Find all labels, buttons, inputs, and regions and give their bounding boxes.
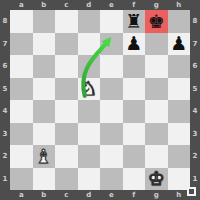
rank-label-left-4: 4 bbox=[0, 100, 10, 123]
rank-label-left-2: 2 bbox=[0, 145, 10, 168]
black-pawn-f7[interactable]: ♟ bbox=[125, 34, 142, 53]
file-label-top-d: d bbox=[78, 0, 101, 10]
square-b7[interactable] bbox=[33, 33, 56, 56]
file-label-top-c: c bbox=[55, 0, 78, 10]
square-a2[interactable] bbox=[10, 145, 33, 168]
square-c7[interactable] bbox=[55, 33, 78, 56]
square-c2[interactable] bbox=[55, 145, 78, 168]
square-f6[interactable] bbox=[123, 55, 146, 78]
file-label-top-a: a bbox=[10, 0, 33, 10]
white-bishop-b2[interactable]: ♝ bbox=[35, 147, 52, 166]
square-a1[interactable] bbox=[10, 168, 33, 191]
file-label-bottom-d: d bbox=[78, 190, 101, 200]
square-f8[interactable]: ♜ bbox=[123, 10, 146, 33]
square-a3[interactable] bbox=[10, 123, 33, 146]
square-a6[interactable] bbox=[10, 55, 33, 78]
square-e4[interactable] bbox=[100, 100, 123, 123]
square-a8[interactable] bbox=[10, 10, 33, 33]
square-b1[interactable] bbox=[33, 168, 56, 191]
square-g8[interactable]: ♚ bbox=[145, 10, 168, 33]
rank-label-left-3: 3 bbox=[0, 123, 10, 146]
square-h7[interactable]: ♟ bbox=[168, 33, 191, 56]
file-label-top-e: e bbox=[100, 0, 123, 10]
file-label-bottom-e: e bbox=[100, 190, 123, 200]
square-g3[interactable] bbox=[145, 123, 168, 146]
square-e1[interactable] bbox=[100, 168, 123, 191]
square-f4[interactable] bbox=[123, 100, 146, 123]
rank-label-left-1: 1 bbox=[0, 168, 10, 191]
chess-board[interactable]: ♜♚♟♟♞♝♚ bbox=[10, 10, 190, 190]
square-c6[interactable] bbox=[55, 55, 78, 78]
square-d7[interactable] bbox=[78, 33, 101, 56]
square-c5[interactable] bbox=[55, 78, 78, 101]
file-label-top-b: b bbox=[33, 0, 56, 10]
rank-label-left-6: 6 bbox=[0, 55, 10, 78]
square-b5[interactable] bbox=[33, 78, 56, 101]
square-a4[interactable] bbox=[10, 100, 33, 123]
square-c3[interactable] bbox=[55, 123, 78, 146]
white-king-g1[interactable]: ♚ bbox=[148, 169, 165, 188]
rank-label-left-8: 8 bbox=[0, 10, 10, 33]
square-d4[interactable] bbox=[78, 100, 101, 123]
rank-label-right-4: 4 bbox=[190, 100, 200, 123]
square-d1[interactable] bbox=[78, 168, 101, 191]
square-d8[interactable] bbox=[78, 10, 101, 33]
square-f2[interactable] bbox=[123, 145, 146, 168]
square-a5[interactable] bbox=[10, 78, 33, 101]
square-e3[interactable] bbox=[100, 123, 123, 146]
square-e7[interactable] bbox=[100, 33, 123, 56]
square-c8[interactable] bbox=[55, 10, 78, 33]
square-b6[interactable] bbox=[33, 55, 56, 78]
black-rook-f8[interactable]: ♜ bbox=[125, 12, 142, 31]
square-h4[interactable] bbox=[168, 100, 191, 123]
square-g2[interactable] bbox=[145, 145, 168, 168]
square-d3[interactable] bbox=[78, 123, 101, 146]
square-g5[interactable] bbox=[145, 78, 168, 101]
rank-label-right-3: 3 bbox=[190, 123, 200, 146]
rank-label-left-5: 5 bbox=[0, 78, 10, 101]
square-g6[interactable] bbox=[145, 55, 168, 78]
square-g7[interactable] bbox=[145, 33, 168, 56]
file-label-bottom-b: b bbox=[33, 190, 56, 200]
orientation-marker-icon bbox=[187, 187, 196, 196]
square-e8[interactable] bbox=[100, 10, 123, 33]
square-f7[interactable]: ♟ bbox=[123, 33, 146, 56]
file-label-top-f: f bbox=[123, 0, 146, 10]
square-d2[interactable] bbox=[78, 145, 101, 168]
file-label-bottom-c: c bbox=[55, 190, 78, 200]
square-f3[interactable] bbox=[123, 123, 146, 146]
square-e6[interactable] bbox=[100, 55, 123, 78]
rank-label-right-2: 2 bbox=[190, 145, 200, 168]
square-e5[interactable] bbox=[100, 78, 123, 101]
file-label-bottom-f: f bbox=[123, 190, 146, 200]
square-c1[interactable] bbox=[55, 168, 78, 191]
black-pawn-h7[interactable]: ♟ bbox=[170, 34, 187, 53]
black-king-g8[interactable]: ♚ bbox=[148, 12, 165, 31]
square-h2[interactable] bbox=[168, 145, 191, 168]
square-g1[interactable]: ♚ bbox=[145, 168, 168, 191]
rank-label-right-8: 8 bbox=[190, 10, 200, 33]
square-b4[interactable] bbox=[33, 100, 56, 123]
rank-label-right-6: 6 bbox=[190, 55, 200, 78]
file-label-bottom-a: a bbox=[10, 190, 33, 200]
square-g4[interactable] bbox=[145, 100, 168, 123]
square-h5[interactable] bbox=[168, 78, 191, 101]
square-b3[interactable] bbox=[33, 123, 56, 146]
square-h8[interactable] bbox=[168, 10, 191, 33]
chess-board-frame: ♜♚♟♟♞♝♚ aabbccddeeffgghh8877665544332211 bbox=[0, 0, 200, 200]
rank-label-left-7: 7 bbox=[0, 33, 10, 56]
square-f5[interactable] bbox=[123, 78, 146, 101]
square-f1[interactable] bbox=[123, 168, 146, 191]
rank-label-right-5: 5 bbox=[190, 78, 200, 101]
square-h6[interactable] bbox=[168, 55, 191, 78]
square-c4[interactable] bbox=[55, 100, 78, 123]
file-label-top-h: h bbox=[168, 0, 191, 10]
file-label-bottom-g: g bbox=[145, 190, 168, 200]
square-d5[interactable]: ♞ bbox=[78, 78, 101, 101]
square-d6[interactable] bbox=[78, 55, 101, 78]
white-knight-d5[interactable]: ♞ bbox=[80, 79, 97, 98]
square-b8[interactable] bbox=[33, 10, 56, 33]
square-a7[interactable] bbox=[10, 33, 33, 56]
square-b2[interactable]: ♝ bbox=[33, 145, 56, 168]
rank-label-right-7: 7 bbox=[190, 33, 200, 56]
file-label-top-g: g bbox=[145, 0, 168, 10]
square-e2[interactable] bbox=[100, 145, 123, 168]
square-h3[interactable] bbox=[168, 123, 191, 146]
